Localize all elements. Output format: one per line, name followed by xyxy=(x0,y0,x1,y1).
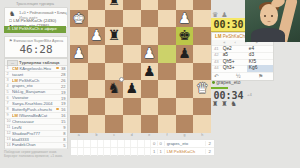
square-b4[interactable] xyxy=(88,63,106,81)
standings-rank: 13 xyxy=(7,137,11,141)
result-cell: 1 xyxy=(158,149,165,154)
top-player-nameplate[interactable]: LM PeShKaCh xyxy=(215,34,245,39)
result-cell-empty xyxy=(131,148,138,156)
result-cell-empty xyxy=(91,140,98,148)
standings-rank: 6 xyxy=(7,96,9,100)
standings-rank: 4 xyxy=(7,84,9,88)
streamer-shoulder xyxy=(251,28,285,42)
move-number: 42 xyxy=(212,52,221,59)
black-move[interactable]: e4 xyxy=(247,46,273,53)
tournament-clock-box: ⚑ Ежечасная SuperBlitz Арена 46:28 xyxy=(4,36,68,58)
move-number: 44 xyxy=(212,65,221,72)
captured-pieces-bottom: ♜ ♜ ♞ xyxy=(212,100,237,108)
standings-table: — Турнирная таблица 1CM KAngelovski-Hou3… xyxy=(4,58,68,149)
result-cell-empty xyxy=(84,140,91,148)
square-e3[interactable] xyxy=(141,80,159,98)
streamer-eye xyxy=(264,15,266,17)
result-cell-empty xyxy=(104,140,111,148)
square-h6[interactable] xyxy=(193,27,211,45)
standings-rank: 7 xyxy=(7,101,9,105)
square-e2[interactable] xyxy=(141,98,159,116)
standings-score: 5 xyxy=(63,143,65,148)
tournament-clock: 46:28 xyxy=(5,43,67,56)
result-cell-empty xyxy=(131,140,138,148)
piece-bK-g6[interactable]: ♚ xyxy=(176,27,194,45)
square-e6[interactable] xyxy=(141,27,159,45)
square-a5[interactable]: ♟ xyxy=(70,45,88,63)
bottom-player-name: grapes_eto xyxy=(216,80,240,85)
duel-player-name: grapes_eto xyxy=(165,141,205,146)
streak-flame-icon xyxy=(56,67,59,70)
square-b8[interactable] xyxy=(88,0,106,10)
standings-rank: 8 xyxy=(7,107,9,111)
square-b3[interactable] xyxy=(88,80,106,98)
square-c3[interactable]: ♞ xyxy=(105,80,123,98)
duel-row[interactable]: 00grapes_eto2 xyxy=(71,140,214,148)
square-a4[interactable] xyxy=(70,63,88,81)
player-title-badge: LM xyxy=(215,34,222,39)
coord-e: e xyxy=(141,133,159,138)
knight-icon: ♞ xyxy=(9,10,15,18)
standings-rank: 3 xyxy=(7,78,9,82)
standings-rank: 10 xyxy=(7,119,11,123)
coord-h: h xyxy=(193,133,211,138)
standings-row-14[interactable]: 14FandekChan5 xyxy=(5,142,67,149)
square-f4[interactable] xyxy=(158,63,176,81)
standings-rank: 2 xyxy=(7,72,9,76)
result-cell-empty xyxy=(145,148,152,156)
result-cell-empty xyxy=(84,148,91,156)
square-h3[interactable]: ♛ xyxy=(193,80,211,98)
coord-c: c xyxy=(105,133,123,138)
result-cell-empty xyxy=(78,148,85,156)
square-f6[interactable] xyxy=(158,27,176,45)
move-number: 41 xyxy=(212,46,221,53)
square-c8[interactable]: ♜ xyxy=(105,0,123,10)
result-cell-empty xyxy=(98,148,105,156)
result-cell-empty xyxy=(91,148,98,156)
square-h2[interactable] xyxy=(193,98,211,116)
result-cell-empty xyxy=(71,140,78,148)
square-f1[interactable] xyxy=(158,115,176,133)
result-cell-empty xyxy=(145,140,152,148)
black-move[interactable]: d3 xyxy=(247,52,273,59)
square-b7[interactable] xyxy=(88,10,106,28)
square-d8[interactable] xyxy=(123,0,141,10)
coord-b: b xyxy=(88,133,106,138)
square-g2[interactable] xyxy=(176,98,194,116)
square-b5[interactable] xyxy=(88,45,106,63)
piece-wP-b6[interactable]: ♟ xyxy=(88,27,106,45)
square-a1[interactable] xyxy=(70,115,88,133)
standings-rank: 14 xyxy=(7,143,11,147)
sidebar-top-note: Трансляция турнира xyxy=(4,1,66,6)
square-c1[interactable] xyxy=(105,115,123,133)
duel-score-table[interactable]: 00grapes_eto211LM PeShKaCh2 xyxy=(70,139,215,157)
result-cell-empty xyxy=(138,140,145,148)
result-cell-empty xyxy=(125,140,132,148)
duel-total: 2 xyxy=(205,149,215,154)
square-f8[interactable] xyxy=(158,0,176,10)
game-info-box: ♞ 1+0 • Рейтинговый • Блиц Игра идёт □ L… xyxy=(4,7,68,28)
square-d1[interactable] xyxy=(123,115,141,133)
black-move[interactable]: Kg6 xyxy=(247,65,273,72)
square-h4[interactable] xyxy=(193,63,211,81)
coord-d: d xyxy=(123,133,141,138)
square-e1[interactable] xyxy=(141,115,159,133)
standings-rank: 9 xyxy=(7,113,9,117)
square-a2[interactable] xyxy=(70,98,88,116)
chess-board: ♜♚♟♟♜♚♟♟♟♟♞♟♛ xyxy=(70,0,211,133)
square-e4[interactable]: ♟ xyxy=(141,63,159,81)
result-cell-empty xyxy=(111,148,118,156)
square-a6[interactable] xyxy=(70,27,88,45)
square-g5[interactable]: ♟ xyxy=(176,45,194,63)
file-coordinates: abcdefgh xyxy=(70,133,211,138)
streamer-banner[interactable]: ♙ LM PeShKaCh в эфире xyxy=(4,26,66,33)
piece-wP-a5[interactable]: ♟ xyxy=(70,45,88,63)
mouse-cursor-dot xyxy=(119,77,124,82)
square-h5[interactable] xyxy=(193,45,211,63)
square-g4[interactable] xyxy=(176,63,194,81)
white-move[interactable]: Qh5+ xyxy=(221,59,247,66)
square-d5[interactable] xyxy=(123,45,141,63)
square-a7[interactable]: ♚ xyxy=(70,10,88,28)
piece-wP-e5[interactable]: ♟ xyxy=(141,45,159,63)
streamer-webcam xyxy=(245,0,300,42)
result-cell-empty xyxy=(125,148,132,156)
piece-bP-d3[interactable]: ♟ xyxy=(123,80,141,98)
bottom-player-nameplate[interactable]: grapes_eto xyxy=(212,80,240,85)
square-g3[interactable] xyxy=(176,80,194,98)
streak-flame-icon xyxy=(56,108,59,111)
result-cell-empty xyxy=(138,148,145,156)
square-d4[interactable] xyxy=(123,63,141,81)
square-c2[interactable] xyxy=(105,98,123,116)
piece-wP-g7[interactable]: ♟ xyxy=(176,10,194,28)
result-cell: 0 xyxy=(158,141,165,146)
square-b2[interactable] xyxy=(88,98,106,116)
standings-rank: 12 xyxy=(7,131,11,135)
square-g7[interactable]: ♟ xyxy=(176,10,194,28)
tournament-spectate-page: Трансляция турнира ♞ 1+0 • Рейтинговый •… xyxy=(0,0,300,168)
square-g1[interactable] xyxy=(176,115,194,133)
result-cell-empty xyxy=(71,148,78,156)
square-h1[interactable] xyxy=(193,115,211,133)
piece-bN-c3[interactable]: ♞ xyxy=(105,80,123,98)
square-b6[interactable]: ♟ xyxy=(88,27,106,45)
square-f2[interactable] xyxy=(158,98,176,116)
duel-row[interactable]: 11LM PeShKaCh2 xyxy=(71,147,214,156)
square-a3[interactable] xyxy=(70,80,88,98)
square-a8[interactable] xyxy=(70,0,88,10)
square-c5[interactable] xyxy=(105,45,123,63)
square-g8[interactable] xyxy=(176,0,194,10)
white-move[interactable]: Qe2 xyxy=(221,46,247,53)
result-cell-empty xyxy=(118,148,125,156)
black-move[interactable]: Kf5 xyxy=(247,59,273,66)
result-cell-empty xyxy=(98,140,105,148)
square-d7[interactable] xyxy=(123,10,141,28)
square-e5[interactable]: ♟ xyxy=(141,45,159,63)
material-count: +4 xyxy=(247,92,252,97)
square-c6[interactable]: ♜ xyxy=(105,27,123,45)
white-clock: 00:30 xyxy=(211,18,246,32)
square-d6[interactable] xyxy=(123,27,141,45)
square-g6[interactable]: ♚ xyxy=(176,27,194,45)
square-c7[interactable] xyxy=(105,10,123,28)
square-d3[interactable]: ♟ xyxy=(123,80,141,98)
white-move[interactable]: a5 xyxy=(221,52,247,59)
piece-bR-c8[interactable]: ♜ xyxy=(105,0,123,10)
result-cell: 0 xyxy=(151,141,158,146)
online-dot-icon xyxy=(212,81,215,84)
result-cell-empty xyxy=(118,140,125,148)
top-player-name: PeShKaCh xyxy=(223,34,245,39)
footnote-line: Берсерк: половина времени, +1 очко. xyxy=(4,154,64,158)
square-f7[interactable] xyxy=(158,10,176,28)
white-move[interactable]: Qh3+ xyxy=(221,65,247,72)
standings-rank: 5 xyxy=(7,90,9,94)
coord-g: g xyxy=(176,133,194,138)
square-f3[interactable] xyxy=(158,80,176,98)
square-h7[interactable] xyxy=(193,10,211,28)
piece-bP-e4[interactable]: ♟ xyxy=(141,63,159,81)
piece-bR-c6[interactable]: ♜ xyxy=(105,27,123,45)
result-cell: 1 xyxy=(151,149,158,154)
result-cell-empty xyxy=(78,140,85,148)
streamer-eye xyxy=(271,15,273,17)
piece-wK-a7[interactable]: ♚ xyxy=(70,10,88,28)
piece-wQ-h3[interactable]: ♛ xyxy=(193,80,211,98)
duel-player-name: LM PeShKaCh xyxy=(165,149,205,154)
tournament-footnote: Победные серии удваивают очки. Берсерк: … xyxy=(4,150,64,159)
result-cell-empty xyxy=(111,140,118,148)
coord-a: a xyxy=(70,133,88,138)
duel-total: 2 xyxy=(205,141,215,146)
move-number: 43 xyxy=(212,59,221,66)
square-e7[interactable] xyxy=(141,10,159,28)
result-cell-empty xyxy=(104,148,111,156)
square-d2[interactable] xyxy=(123,98,141,116)
square-b1[interactable] xyxy=(88,115,106,133)
piece-bP-g5[interactable]: ♟ xyxy=(176,45,194,63)
game-action-buttons[interactable]: ↶ ½ ⚑ xyxy=(212,73,273,80)
standings-rank: 1 xyxy=(7,66,9,70)
coord-f: f xyxy=(158,133,176,138)
square-e8[interactable] xyxy=(141,0,159,10)
square-f5[interactable] xyxy=(158,45,176,63)
standings-player-name: FandekChan xyxy=(12,142,53,147)
square-h8[interactable] xyxy=(193,0,211,10)
standings-rank: 11 xyxy=(7,125,11,129)
